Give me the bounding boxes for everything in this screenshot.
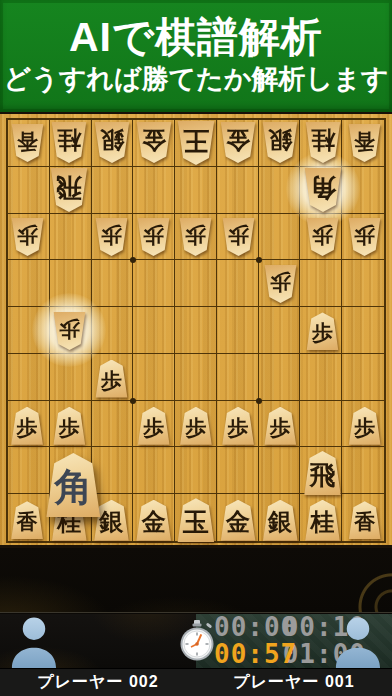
player-names-row: プレーヤー 002 プレーヤー 001 [0, 668, 392, 696]
shogi-piece-sente[interactable]: 銀 [262, 500, 298, 541]
person-avatar-icon[interactable] [7, 614, 61, 668]
shogi-piece-sente[interactable]: 金 [136, 500, 172, 541]
shogi-piece-sente[interactable]: 歩 [179, 407, 212, 445]
board-square[interactable] [8, 167, 50, 214]
promo-banner: AIで棋譜解析 どうすれば勝てたか解析します [0, 0, 392, 112]
player1-clock: 00:00 00:57 [214, 614, 297, 668]
board-square[interactable] [342, 447, 384, 494]
board-square[interactable] [259, 214, 301, 261]
shogi-piece-sente[interactable]: 香 [11, 501, 44, 539]
board-square[interactable] [92, 401, 134, 448]
table-background [0, 548, 392, 612]
person-avatar-icon[interactable] [331, 614, 385, 668]
board-square[interactable] [259, 354, 301, 401]
shogi-piece-gote[interactable]: 歩 [222, 218, 255, 256]
shogi-piece-gote[interactable]: 王 [177, 121, 215, 165]
board-square[interactable] [133, 354, 175, 401]
shogi-piece-gote[interactable]: 角 [304, 168, 342, 212]
shogi-piece-sente[interactable]: 歩 [222, 407, 255, 445]
shogi-piece-gote[interactable]: 歩 [11, 218, 44, 256]
board-square[interactable] [133, 260, 175, 307]
shogi-piece-gote[interactable]: 歩 [179, 218, 212, 256]
shogi-piece-gote[interactable]: 歩 [137, 218, 170, 256]
shogi-piece-gote[interactable]: 金 [136, 122, 172, 163]
shogi-piece-gote[interactable]: 歩 [348, 218, 381, 256]
board-square[interactable] [342, 260, 384, 307]
shogi-piece-gote[interactable]: 桂 [305, 122, 341, 163]
shogi-piece-gote[interactable]: 銀 [262, 122, 298, 163]
shogi-piece-sente[interactable]: 歩 [95, 360, 128, 398]
shogi-piece-sente[interactable]: 角 [45, 453, 101, 517]
board-square[interactable] [175, 260, 217, 307]
player1-name: プレーヤー 001 [196, 672, 392, 693]
board-square[interactable] [300, 401, 342, 448]
player1-time-main: 00:00 [214, 614, 297, 641]
shogi-piece-sente[interactable]: 歩 [264, 407, 297, 445]
shogi-piece-gote[interactable]: 歩 [264, 265, 297, 303]
shogi-piece-sente[interactable]: 香 [348, 501, 381, 539]
hoshi-dot [256, 398, 262, 404]
shogi-board[interactable]: 香桂銀金王金銀桂香飛角歩歩歩歩歩歩歩歩歩歩歩歩歩歩歩歩歩歩角飛香桂銀金玉金銀桂香 [0, 112, 392, 548]
shogi-piece-gote[interactable]: 歩 [95, 218, 128, 256]
board-square[interactable] [217, 167, 259, 214]
hoshi-dot [130, 398, 136, 404]
board-square[interactable] [175, 447, 217, 494]
board-square[interactable] [92, 167, 134, 214]
clock-row: 00:10 01:00 00:00 00:57 [0, 612, 392, 668]
player1-time-byoyomi: 00:57 [214, 641, 297, 668]
board-square[interactable] [133, 307, 175, 354]
board-square[interactable] [217, 307, 259, 354]
hoshi-dot [256, 257, 262, 263]
board-square[interactable] [175, 307, 217, 354]
board-square[interactable] [259, 447, 301, 494]
board-square[interactable] [8, 260, 50, 307]
shogi-piece-sente[interactable]: 桂 [305, 500, 341, 541]
shogi-piece-gote[interactable]: 桂 [51, 122, 87, 163]
shogi-piece-gote[interactable]: 銀 [94, 122, 130, 163]
board-square[interactable] [259, 307, 301, 354]
shogi-piece-sente[interactable]: 金 [220, 500, 256, 541]
shogi-piece-sente[interactable]: 歩 [306, 312, 339, 350]
shogi-piece-gote[interactable]: 歩 [306, 218, 339, 256]
shogi-piece-sente[interactable]: 歩 [137, 407, 170, 445]
board-square[interactable] [300, 260, 342, 307]
shogi-piece-sente[interactable]: 歩 [11, 407, 44, 445]
shogi-piece-sente[interactable]: 歩 [53, 407, 86, 445]
board-square[interactable] [175, 354, 217, 401]
board-square[interactable] [92, 260, 134, 307]
board-square[interactable] [217, 354, 259, 401]
shogi-piece-gote[interactable]: 飛 [50, 168, 88, 212]
banner-subtitle: どうすれば勝てたか解析します [0, 61, 392, 97]
shogi-piece-sente[interactable]: 歩 [348, 407, 381, 445]
stopwatch-icon [177, 618, 217, 664]
board-square[interactable] [175, 167, 217, 214]
board-square[interactable] [8, 447, 50, 494]
shogi-piece-gote[interactable]: 金 [220, 122, 256, 163]
shogi-piece-gote[interactable]: 香 [348, 124, 381, 162]
board-square[interactable] [217, 447, 259, 494]
board-square[interactable] [217, 260, 259, 307]
board-square[interactable] [300, 354, 342, 401]
shogi-piece-gote[interactable]: 香 [11, 124, 44, 162]
board-square[interactable] [133, 447, 175, 494]
player2-name: プレーヤー 002 [0, 672, 196, 693]
shogi-piece-sente[interactable]: 飛 [304, 451, 342, 495]
shogi-piece-sente[interactable]: 玉 [177, 498, 215, 542]
banner-title: AIで棋譜解析 [0, 13, 392, 61]
board-square[interactable] [50, 214, 92, 261]
board-square[interactable] [342, 354, 384, 401]
app-screen: AIで棋譜解析 どうすれば勝てたか解析します 香桂銀金王金銀桂香飛角歩歩歩歩歩歩… [0, 0, 392, 696]
board-square[interactable] [8, 354, 50, 401]
hoshi-dot [130, 257, 136, 263]
board-square[interactable] [342, 307, 384, 354]
player-status-bar: 00:10 01:00 00:00 00:57 [0, 612, 392, 696]
board-square[interactable] [133, 167, 175, 214]
shogi-piece-gote[interactable]: 歩 [53, 312, 86, 350]
